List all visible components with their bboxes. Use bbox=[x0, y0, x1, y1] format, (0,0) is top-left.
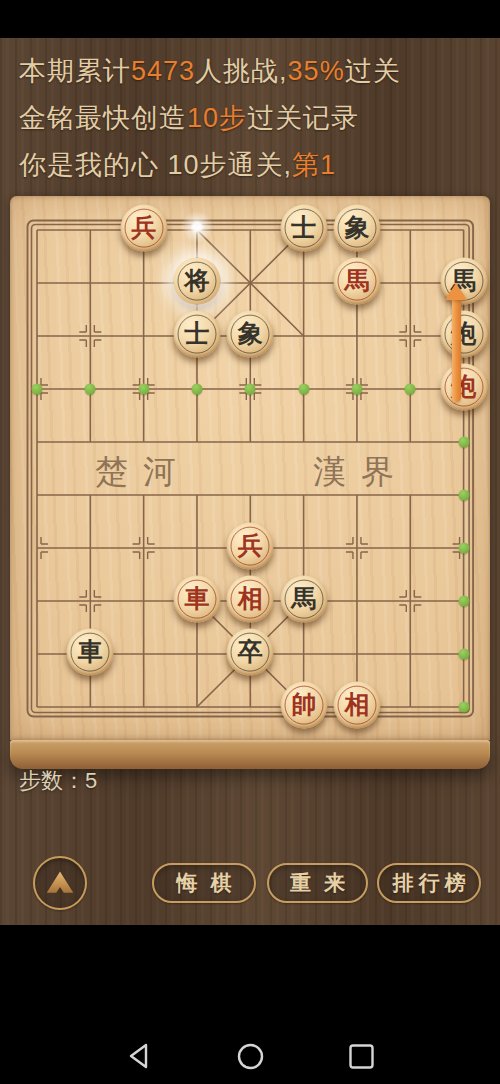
piece-character: 車 bbox=[78, 639, 103, 664]
stats-line-2: 金铭最快创造10步过关记录 bbox=[19, 100, 489, 136]
red-chariot[interactable]: 車 bbox=[173, 576, 220, 623]
black-chariot[interactable]: 車 bbox=[67, 629, 114, 676]
legal-move-dot[interactable] bbox=[458, 490, 469, 501]
black-elephant[interactable]: 象 bbox=[227, 311, 274, 358]
black-pawn[interactable]: 卒 bbox=[227, 629, 274, 676]
piece-character: 相 bbox=[344, 692, 369, 717]
piece-character: 相 bbox=[238, 586, 263, 611]
piece-character: 卒 bbox=[238, 639, 263, 664]
collapse-panel-button[interactable] bbox=[33, 856, 87, 910]
red-horse[interactable]: 馬 bbox=[333, 258, 380, 305]
red-general[interactable]: 帥 bbox=[280, 682, 327, 729]
legal-move-dot[interactable] bbox=[458, 649, 469, 660]
legal-move-dot[interactable] bbox=[191, 384, 202, 395]
board-bottom-edge bbox=[10, 740, 490, 769]
piece-character: 将 bbox=[184, 268, 209, 293]
last-move-arrow-head bbox=[445, 283, 467, 300]
black-advisor[interactable]: 士 bbox=[280, 205, 327, 252]
legal-move-dot[interactable] bbox=[405, 384, 416, 395]
red-pawn[interactable]: 兵 bbox=[120, 205, 167, 252]
piece-character: 象 bbox=[344, 215, 369, 240]
legal-move-dot[interactable] bbox=[458, 543, 469, 554]
undo-move-button[interactable]: 悔棋 bbox=[152, 863, 256, 903]
restart-button[interactable]: 重来 bbox=[267, 863, 368, 903]
red-cannon[interactable]: 炮 bbox=[440, 364, 487, 411]
leaderboard-button[interactable]: 排行榜 bbox=[377, 863, 481, 903]
piece-character: 帥 bbox=[291, 692, 316, 717]
piece-character: 士 bbox=[291, 215, 316, 240]
legal-move-dot[interactable] bbox=[458, 702, 469, 713]
piece-character: 象 bbox=[238, 321, 263, 346]
red-pawn[interactable]: 兵 bbox=[227, 523, 274, 570]
piece-character: 馬 bbox=[291, 586, 316, 611]
legal-move-dot[interactable] bbox=[245, 384, 256, 395]
xiangqi-app-screen: 本期累计5473人挑战,35%过关 金铭最快创造10步过关记录 你是我的心 10… bbox=[0, 0, 500, 1084]
piece-character: 兵 bbox=[238, 533, 263, 558]
piece-character: 士 bbox=[184, 321, 209, 346]
home-icon[interactable] bbox=[237, 1043, 264, 1070]
black-general[interactable]: 将 bbox=[173, 258, 220, 305]
stats-line-3: 你是我的心 10步通关,第1 bbox=[19, 147, 489, 183]
legal-move-dot[interactable] bbox=[458, 596, 469, 607]
black-cannon[interactable]: 炮 bbox=[440, 311, 487, 358]
move-origin-marker bbox=[180, 210, 214, 244]
legal-move-dot[interactable] bbox=[298, 384, 309, 395]
black-elephant[interactable]: 象 bbox=[333, 205, 380, 252]
back-icon[interactable] bbox=[126, 1042, 150, 1070]
stats-line-1: 本期累计5473人挑战,35%过关 bbox=[19, 53, 489, 89]
red-elephant[interactable]: 相 bbox=[333, 682, 380, 729]
legal-move-dot[interactable] bbox=[351, 384, 362, 395]
android-nav-bar: Bai du 经验 jingyan.baidu.com bbox=[0, 925, 500, 1084]
black-horse[interactable]: 馬 bbox=[280, 576, 327, 623]
recents-icon[interactable] bbox=[349, 1044, 374, 1069]
river-label-right: 漢界 bbox=[281, 450, 441, 495]
legal-move-dot[interactable] bbox=[138, 384, 149, 395]
black-advisor[interactable]: 士 bbox=[173, 311, 220, 358]
piece-character: 兵 bbox=[131, 215, 156, 240]
status-bar bbox=[0, 0, 500, 38]
step-counter: 步数：5 bbox=[19, 766, 97, 796]
piece-character: 車 bbox=[184, 586, 209, 611]
red-elephant[interactable]: 相 bbox=[227, 576, 274, 623]
legal-move-dot[interactable] bbox=[85, 384, 96, 395]
peak-arrow-icon bbox=[43, 869, 77, 898]
piece-character: 馬 bbox=[344, 268, 369, 293]
legal-move-dot[interactable] bbox=[458, 437, 469, 448]
river-label-left: 楚河 bbox=[63, 450, 223, 495]
last-move-arrow-shaft bbox=[452, 299, 461, 402]
legal-move-dot[interactable] bbox=[32, 384, 43, 395]
